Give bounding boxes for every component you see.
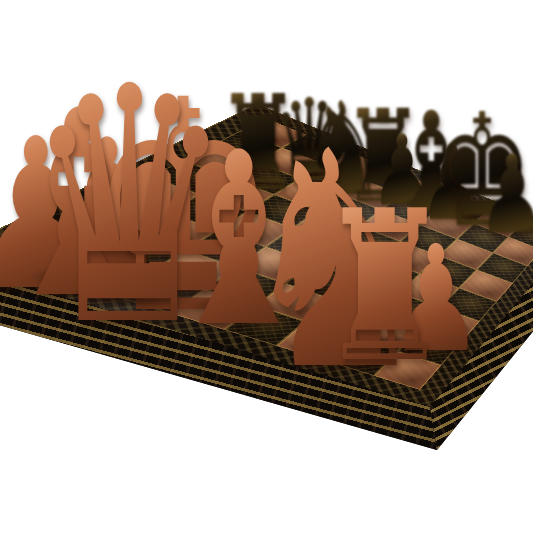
white-rook[interactable]: ♜ xyxy=(318,183,452,391)
black-pawn[interactable]: ♟ xyxy=(477,141,533,249)
chess-set-photo: ♟♝♟♛♚♝♞♜♟♜♛♞♜♟♝♟♚♟ xyxy=(0,0,533,533)
